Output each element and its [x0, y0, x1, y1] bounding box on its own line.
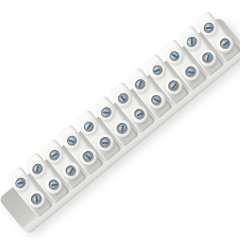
screw-slot — [171, 54, 178, 59]
screw-recess — [64, 164, 79, 179]
screw-recess — [133, 77, 148, 92]
screw-slot — [139, 81, 143, 88]
screw-head — [118, 93, 129, 104]
screw-recess — [30, 162, 45, 177]
screw-boss-back — [9, 171, 33, 195]
screw-head — [204, 23, 215, 34]
screw-recess — [201, 51, 216, 66]
screw-recess — [13, 176, 28, 191]
screw-head — [83, 151, 94, 162]
screw-recess — [99, 105, 114, 120]
screw-recess — [29, 192, 44, 207]
screw-head — [49, 180, 60, 191]
screw-head — [31, 194, 42, 205]
screw-slot — [69, 167, 74, 174]
screw-head — [203, 53, 214, 64]
screw-slot — [153, 98, 160, 102]
screw-slot — [120, 95, 126, 101]
screw-slot — [85, 154, 91, 160]
screw-recess — [167, 49, 182, 64]
screw-head — [134, 109, 145, 120]
terminal-block-strip — [0, 5, 240, 238]
screw-recess — [82, 120, 97, 135]
screw-head — [32, 164, 43, 175]
screw-recess — [218, 36, 233, 51]
screw-slot — [50, 184, 57, 187]
terminal-segments — [0, 5, 240, 238]
screw-head — [49, 150, 60, 161]
screw-boss-front — [213, 32, 237, 56]
screw-slot — [187, 71, 194, 74]
screw-slot — [35, 196, 38, 203]
screw-head — [151, 95, 162, 106]
screw-slot — [191, 39, 193, 46]
screw-recess — [185, 35, 200, 50]
screw-recess — [98, 135, 113, 150]
screw-head — [100, 137, 111, 148]
screw-slot — [136, 112, 143, 116]
screw-head — [152, 65, 163, 76]
screw-recess — [167, 79, 182, 94]
screw-slot — [102, 142, 109, 144]
screw-head — [186, 67, 197, 78]
screw-recess — [81, 149, 96, 164]
screw-recess — [149, 93, 164, 108]
screw-head — [135, 79, 146, 90]
screw-slot — [103, 112, 110, 114]
screw-recess — [132, 107, 147, 122]
screw-head — [101, 107, 112, 118]
screw-slot — [86, 124, 91, 130]
screw-slot — [36, 166, 39, 173]
screw-slot — [205, 27, 212, 29]
screw-head — [187, 37, 198, 48]
screw-recess — [116, 91, 131, 106]
screw-head — [117, 123, 128, 134]
screw-slot — [17, 182, 24, 185]
screw-recess — [48, 148, 63, 163]
screw-recess — [65, 134, 80, 149]
screw-head — [15, 178, 26, 189]
screw-slot — [121, 125, 123, 132]
screw-slot — [222, 41, 228, 46]
screw-head — [220, 38, 231, 49]
screw-recess — [202, 21, 217, 36]
screw-recess — [115, 121, 130, 136]
screw-slot — [154, 68, 161, 72]
screw-slot — [171, 83, 177, 89]
screw-recess — [150, 63, 165, 78]
screw-slot — [206, 54, 209, 61]
screw-head — [169, 51, 180, 62]
screw-head — [66, 166, 77, 177]
screw-recess — [184, 65, 199, 80]
screw-slot — [68, 139, 75, 143]
product-photo — [0, 0, 240, 240]
screw-head — [84, 121, 95, 132]
screw-head — [67, 136, 78, 147]
screw-slot — [51, 153, 58, 158]
screw-head — [169, 81, 180, 92]
screw-recess — [47, 178, 62, 193]
